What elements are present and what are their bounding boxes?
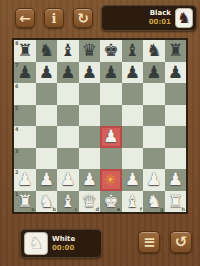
square-g7[interactable]: ♟ [143,62,165,84]
piece-white-knight: ♞ [39,193,54,210]
piece-black-rook: ♜ [17,42,32,59]
square-a2[interactable]: 2♟ [14,169,36,191]
square-b4[interactable] [36,126,58,148]
square-c4[interactable] [57,126,79,148]
piece-black-king: ♚ [103,42,118,59]
black-player-clock: 00:01 [149,18,171,27]
square-g2[interactable]: ♟ [143,169,165,191]
piece-black-pawn: ♟ [82,64,97,81]
piece-black-pawn: ♟ [103,64,118,81]
piece-white-pawn: ♟ [82,171,97,188]
piece-white-pawn: ♟ [146,171,161,188]
square-d8[interactable]: ♛ [79,40,101,62]
white-player-clock: 00:00 [52,244,74,253]
square-e3[interactable] [100,148,122,170]
piece-black-bishop: ♝ [60,42,75,59]
square-c1[interactable]: c♝ [57,191,79,213]
square-g6[interactable] [143,83,165,105]
rank-label-6: 6 [15,83,18,89]
file-label-a: a [31,206,34,212]
piece-black-pawn: ♟ [146,64,161,81]
square-h8[interactable]: ♜ [165,40,187,62]
square-c2[interactable]: ♟ [57,169,79,191]
white-player-panel: ♘ White 00:00 [20,229,102,258]
piece-white-king: ♚ [103,193,118,210]
square-d7[interactable]: ♟ [79,62,101,84]
square-d2[interactable]: ♟ [79,169,101,191]
file-label-c: c [75,206,78,212]
square-c6[interactable] [57,83,79,105]
piece-black-rook: ♜ [168,42,183,59]
piece-white-knight: ♞ [146,193,161,210]
square-c8[interactable]: ♝ [57,40,79,62]
square-a3[interactable]: 3 [14,148,36,170]
square-e8[interactable]: ♚ [100,40,122,62]
rank-label-2: 2 [15,169,18,175]
piece-white-rook: ♜ [168,193,183,210]
square-f5[interactable] [122,105,144,127]
square-b7[interactable]: ♟ [36,62,58,84]
piece-black-bishop: ♝ [125,42,140,59]
piece-black-pawn: ♟ [60,64,75,81]
piece-black-pawn: ♟ [39,64,54,81]
chess-app-screen: ← i ↻ Black 00:01 ♞ 8♜♞♝♛♚♝♞♜7♟♟♟♟♟♟♟♟65… [0,0,200,266]
square-c5[interactable] [57,105,79,127]
square-g5[interactable] [143,105,165,127]
rank-label-1: 1 [15,191,18,197]
piece-white-pawn: ♟ [17,171,32,188]
square-e4[interactable]: ♟ [100,126,122,148]
square-e5[interactable] [100,105,122,127]
square-a5[interactable]: 5 [14,105,36,127]
square-b1[interactable]: b♞ [36,191,58,213]
piece-white-queen: ♛ [82,193,97,210]
square-d3[interactable] [79,148,101,170]
rank-label-3: 3 [15,148,18,154]
square-h3[interactable] [165,148,187,170]
piece-black-pawn: ♟ [168,64,183,81]
square-b2[interactable]: ♟ [36,169,58,191]
square-c7[interactable]: ♟ [57,62,79,84]
square-b6[interactable] [36,83,58,105]
square-a8[interactable]: 8♜ [14,40,36,62]
square-g3[interactable] [143,148,165,170]
chess-board: 8♜♞♝♛♚♝♞♜7♟♟♟♟♟♟♟♟654♟32♟♟♟♟♟♟♟1a♜b♞c♝d♛… [12,38,188,214]
file-label-e: e [117,206,120,212]
piece-white-bishop: ♝ [60,193,75,210]
file-label-d: d [95,206,99,212]
square-h1[interactable]: h♜ [165,191,187,213]
square-e7[interactable]: ♟ [100,62,122,84]
menu-icon[interactable]: ≡ [138,231,160,253]
rank-label-5: 5 [15,105,18,111]
file-label-h: h [181,206,185,212]
square-f6[interactable] [122,83,144,105]
back-arrow-icon[interactable]: ← [15,8,35,28]
square-g4[interactable] [143,126,165,148]
black-knight-icon: ♞ [175,8,193,28]
square-c3[interactable] [57,148,79,170]
square-h5[interactable] [165,105,187,127]
rank-label-7: 7 [15,62,18,68]
square-b3[interactable] [36,148,58,170]
square-a4[interactable]: 4 [14,126,36,148]
square-b5[interactable] [36,105,58,127]
square-h2[interactable]: ♟ [165,169,187,191]
undo-icon[interactable]: ↺ [170,231,192,253]
piece-white-pawn: ♟ [60,171,75,188]
square-b8[interactable]: ♞ [36,40,58,62]
rank-label-8: 8 [15,40,18,46]
square-a1[interactable]: 1a♜ [14,191,36,213]
piece-white-pawn: ♟ [168,171,183,188]
white-player-name: White [52,235,75,244]
square-f2[interactable]: ♟ [122,169,144,191]
piece-black-pawn: ♟ [125,64,140,81]
white-knight-icon: ♘ [24,232,48,255]
piece-white-pawn: ♟ [103,128,118,145]
file-label-b: b [52,206,56,212]
piece-black-knight: ♞ [146,42,161,59]
flip-board-icon[interactable]: ↻ [73,8,93,28]
square-f7[interactable]: ♟ [122,62,144,84]
rank-label-4: 4 [15,126,18,132]
piece-black-queen: ♛ [82,42,97,59]
square-e1[interactable]: e♚ [100,191,122,213]
square-f3[interactable] [122,148,144,170]
square-d5[interactable] [79,105,101,127]
square-h4[interactable] [165,126,187,148]
square-d1[interactable]: d♛ [79,191,101,213]
square-d6[interactable] [79,83,101,105]
square-e2[interactable] [100,169,122,191]
piece-white-pawn: ♟ [39,171,54,188]
move-from-marker [104,173,117,186]
piece-white-rook: ♜ [17,193,32,210]
square-d4[interactable] [79,126,101,148]
square-g1[interactable]: g♞ [143,191,165,213]
black-player-panel: Black 00:01 ♞ [101,5,197,31]
info-icon[interactable]: i [44,8,64,28]
piece-black-pawn: ♟ [17,64,32,81]
piece-white-bishop: ♝ [125,193,140,210]
piece-white-pawn: ♟ [125,171,140,188]
piece-black-knight: ♞ [39,42,54,59]
square-g8[interactable]: ♞ [143,40,165,62]
square-a6[interactable]: 6 [14,83,36,105]
square-h6[interactable] [165,83,187,105]
square-h7[interactable]: ♟ [165,62,187,84]
square-f1[interactable]: f♝ [122,191,144,213]
square-f4[interactable] [122,126,144,148]
black-player-name: Black [150,9,171,18]
square-e6[interactable] [100,83,122,105]
square-a7[interactable]: 7♟ [14,62,36,84]
file-label-g: g [160,206,164,212]
square-f8[interactable]: ♝ [122,40,144,62]
file-label-f: f [140,206,142,212]
